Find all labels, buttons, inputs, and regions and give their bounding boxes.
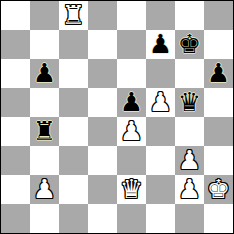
- square-e5[interactable]: ♟: [117, 88, 146, 117]
- square-d1[interactable]: [88, 204, 117, 233]
- square-d4[interactable]: [88, 117, 117, 146]
- chess-diagram: ♜♟♚♟♟♟♟♛♜♟♟♟♛♟♚: [0, 0, 234, 234]
- black-king-g7: ♚: [178, 30, 201, 59]
- white-pawn-f5: ♟: [149, 88, 172, 117]
- square-a8[interactable]: [1, 1, 30, 30]
- square-h4[interactable]: [204, 117, 233, 146]
- square-b2[interactable]: ♟: [30, 175, 59, 204]
- square-a7[interactable]: [1, 30, 30, 59]
- chess-board: ♜♟♚♟♟♟♟♛♜♟♟♟♛♟♚: [0, 0, 234, 234]
- square-h8[interactable]: [204, 1, 233, 30]
- square-b5[interactable]: [30, 88, 59, 117]
- square-b4[interactable]: ♜: [30, 117, 59, 146]
- square-a5[interactable]: [1, 88, 30, 117]
- square-e3[interactable]: [117, 146, 146, 175]
- white-pawn-b2: ♟: [33, 175, 56, 204]
- black-queen-g5: ♛: [178, 88, 201, 117]
- white-pawn-e4: ♟: [120, 117, 143, 146]
- square-c8[interactable]: ♜: [59, 1, 88, 30]
- square-e4[interactable]: ♟: [117, 117, 146, 146]
- white-king-h2: ♚: [207, 175, 230, 204]
- square-e2[interactable]: ♛: [117, 175, 146, 204]
- square-b3[interactable]: [30, 146, 59, 175]
- square-f3[interactable]: [146, 146, 175, 175]
- square-g1[interactable]: [175, 204, 204, 233]
- square-g6[interactable]: [175, 59, 204, 88]
- square-f5[interactable]: ♟: [146, 88, 175, 117]
- square-d3[interactable]: [88, 146, 117, 175]
- square-f2[interactable]: [146, 175, 175, 204]
- square-d6[interactable]: [88, 59, 117, 88]
- black-pawn-f7: ♟: [149, 30, 172, 59]
- square-d2[interactable]: [88, 175, 117, 204]
- square-e8[interactable]: [117, 1, 146, 30]
- square-g4[interactable]: [175, 117, 204, 146]
- square-d8[interactable]: [88, 1, 117, 30]
- square-a2[interactable]: [1, 175, 30, 204]
- square-c2[interactable]: [59, 175, 88, 204]
- square-f4[interactable]: [146, 117, 175, 146]
- square-a6[interactable]: [1, 59, 30, 88]
- square-b6[interactable]: ♟: [30, 59, 59, 88]
- square-b8[interactable]: [30, 1, 59, 30]
- black-rook-b4: ♜: [33, 117, 56, 146]
- square-h1[interactable]: [204, 204, 233, 233]
- square-e7[interactable]: [117, 30, 146, 59]
- square-e6[interactable]: [117, 59, 146, 88]
- square-h6[interactable]: ♟: [204, 59, 233, 88]
- square-c4[interactable]: [59, 117, 88, 146]
- square-h3[interactable]: [204, 146, 233, 175]
- square-c7[interactable]: [59, 30, 88, 59]
- square-h5[interactable]: [204, 88, 233, 117]
- square-a4[interactable]: [1, 117, 30, 146]
- square-c5[interactable]: [59, 88, 88, 117]
- square-g8[interactable]: [175, 1, 204, 30]
- square-g3[interactable]: ♟: [175, 146, 204, 175]
- square-b7[interactable]: [30, 30, 59, 59]
- square-g7[interactable]: ♚: [175, 30, 204, 59]
- white-pawn-g3: ♟: [178, 146, 201, 175]
- square-e1[interactable]: [117, 204, 146, 233]
- square-f7[interactable]: ♟: [146, 30, 175, 59]
- square-d7[interactable]: [88, 30, 117, 59]
- white-pawn-g2: ♟: [178, 175, 201, 204]
- square-b1[interactable]: [30, 204, 59, 233]
- square-h2[interactable]: ♚: [204, 175, 233, 204]
- square-f8[interactable]: [146, 1, 175, 30]
- black-pawn-e5: ♟: [120, 88, 143, 117]
- white-rook-c8: ♜: [62, 1, 85, 30]
- square-c6[interactable]: [59, 59, 88, 88]
- square-d5[interactable]: [88, 88, 117, 117]
- square-a3[interactable]: [1, 146, 30, 175]
- square-g5[interactable]: ♛: [175, 88, 204, 117]
- square-g2[interactable]: ♟: [175, 175, 204, 204]
- black-pawn-b6: ♟: [33, 59, 56, 88]
- square-c1[interactable]: [59, 204, 88, 233]
- black-pawn-h6: ♟: [207, 59, 230, 88]
- square-f1[interactable]: [146, 204, 175, 233]
- square-c3[interactable]: [59, 146, 88, 175]
- square-f6[interactable]: [146, 59, 175, 88]
- square-a1[interactable]: [1, 204, 30, 233]
- square-h7[interactable]: [204, 30, 233, 59]
- white-queen-e2: ♛: [120, 175, 143, 204]
